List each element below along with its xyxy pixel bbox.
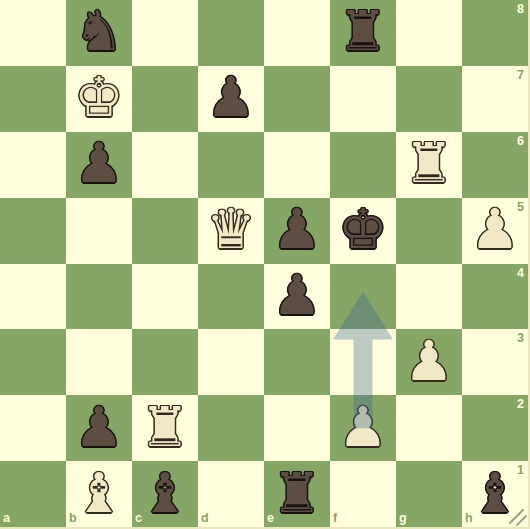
chess-board-frame: ♞♜♚♟♟♜♛♟♚♟♟♟♟♜♟♝♝♜♝ 87654321abcdefgh	[0, 0, 530, 529]
resize-handle-icon[interactable]	[0, 0, 530, 529]
